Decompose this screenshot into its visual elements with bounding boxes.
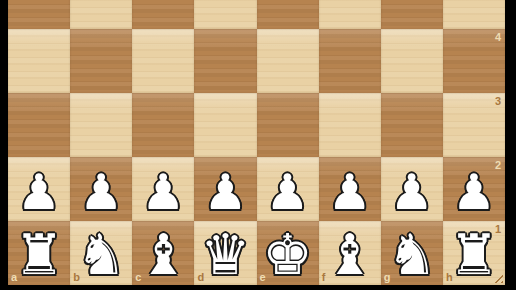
square-h3[interactable]: 3: [443, 93, 505, 157]
square-f5[interactable]: [319, 0, 381, 29]
square-e1[interactable]: ♚e: [257, 221, 319, 285]
square-c4[interactable]: [132, 29, 194, 93]
rank-label-2: 2: [495, 160, 501, 171]
square-f1[interactable]: ♝f: [319, 221, 381, 285]
square-g3[interactable]: [381, 93, 443, 157]
white-knight-g1[interactable]: ♞: [387, 227, 437, 283]
square-g5[interactable]: [381, 0, 443, 29]
white-pawn-f2[interactable]: ♟: [328, 168, 372, 217]
white-bishop-f1[interactable]: ♝: [325, 227, 375, 283]
square-a4[interactable]: [8, 29, 70, 93]
white-rook-a1[interactable]: ♜: [14, 227, 64, 283]
square-d2[interactable]: ♟: [194, 157, 256, 221]
square-a3[interactable]: [8, 93, 70, 157]
white-pawn-b2[interactable]: ♟: [79, 168, 123, 217]
square-f4[interactable]: [319, 29, 381, 93]
white-pawn-a2[interactable]: ♟: [17, 168, 61, 217]
square-f3[interactable]: [319, 93, 381, 157]
square-g1[interactable]: ♞g: [381, 221, 443, 285]
white-pawn-g2[interactable]: ♟: [390, 168, 434, 217]
square-a2[interactable]: ♟: [8, 157, 70, 221]
square-b5[interactable]: [70, 0, 132, 29]
square-h2[interactable]: ♟2: [443, 157, 505, 221]
file-label-c: c: [135, 272, 141, 283]
square-h4[interactable]: 4: [443, 29, 505, 93]
rank-label-4: 4: [495, 32, 501, 43]
white-pawn-e2[interactable]: ♟: [266, 168, 310, 217]
white-bishop-c1[interactable]: ♝: [138, 227, 188, 283]
chess-board: ♜♞♝♛♚♝♞♜♟♟♟♟♟♟♟♟43♟♟♟♟♟♟♟♟2♜a♞b♝c♛d♚e♝f♞…: [8, 0, 505, 285]
white-pawn-d2[interactable]: ♟: [203, 168, 247, 217]
file-label-d: d: [197, 272, 204, 283]
square-f2[interactable]: ♟: [319, 157, 381, 221]
square-d1[interactable]: ♛d: [194, 221, 256, 285]
square-d3[interactable]: [194, 93, 256, 157]
square-c5[interactable]: [132, 0, 194, 29]
file-label-b: b: [73, 272, 80, 283]
square-e3[interactable]: [257, 93, 319, 157]
square-b2[interactable]: ♟: [70, 157, 132, 221]
file-label-a: a: [11, 272, 17, 283]
square-h1[interactable]: ♜h1: [443, 221, 505, 285]
square-e2[interactable]: ♟: [257, 157, 319, 221]
square-e5[interactable]: [257, 0, 319, 29]
video-frame: ♜♞♝♛♚♝♞♜♟♟♟♟♟♟♟♟43♟♟♟♟♟♟♟♟2♜a♞b♝c♛d♚e♝f♞…: [0, 0, 516, 290]
square-g2[interactable]: ♟: [381, 157, 443, 221]
white-knight-b1[interactable]: ♞: [76, 227, 126, 283]
square-b3[interactable]: [70, 93, 132, 157]
square-b1[interactable]: ♞b: [70, 221, 132, 285]
white-king-e1[interactable]: ♚: [262, 227, 312, 283]
square-b4[interactable]: [70, 29, 132, 93]
file-label-h: h: [446, 272, 453, 283]
rank-label-3: 3: [495, 96, 501, 107]
file-label-e: e: [260, 272, 266, 283]
square-c1[interactable]: ♝c: [132, 221, 194, 285]
square-h5[interactable]: [443, 0, 505, 29]
square-a1[interactable]: ♜a: [8, 221, 70, 285]
white-rook-h1[interactable]: ♜: [449, 227, 499, 283]
white-queen-d1[interactable]: ♛: [200, 227, 250, 283]
square-g4[interactable]: [381, 29, 443, 93]
square-a5[interactable]: [8, 0, 70, 29]
file-label-g: g: [384, 272, 391, 283]
rank-label-1: 1: [495, 224, 501, 235]
white-pawn-h2[interactable]: ♟: [452, 168, 496, 217]
square-c3[interactable]: [132, 93, 194, 157]
white-pawn-c2[interactable]: ♟: [141, 168, 185, 217]
square-e4[interactable]: [257, 29, 319, 93]
square-d5[interactable]: [194, 0, 256, 29]
file-label-f: f: [322, 272, 326, 283]
square-c2[interactable]: ♟: [132, 157, 194, 221]
square-d4[interactable]: [194, 29, 256, 93]
